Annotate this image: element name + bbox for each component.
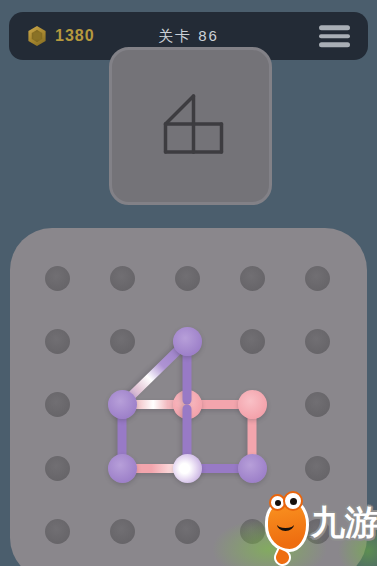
mascot-eye	[283, 491, 303, 511]
path-dot[interactable]	[108, 390, 137, 419]
coin-icon	[27, 26, 47, 46]
mascot-mouth	[277, 518, 294, 531]
grid-dot[interactable]	[305, 329, 330, 354]
grid-dot[interactable]	[110, 519, 135, 544]
grid-dot[interactable]	[110, 266, 135, 291]
hamburger-icon	[319, 25, 350, 30]
grid-dot[interactable]	[175, 519, 200, 544]
path-dot[interactable]	[173, 454, 202, 483]
grid-dot[interactable]	[45, 392, 70, 417]
grid-dot[interactable]	[305, 392, 330, 417]
path-dot[interactable]	[173, 327, 202, 356]
grid-dot[interactable]	[240, 329, 265, 354]
grid-dot[interactable]	[45, 456, 70, 481]
path-dot[interactable]	[108, 454, 137, 483]
grid-dot[interactable]	[305, 266, 330, 291]
hamburger-icon	[319, 42, 350, 47]
grid-dot[interactable]	[45, 266, 70, 291]
9game-mascot-icon	[265, 498, 309, 552]
grid-dot[interactable]	[45, 329, 70, 354]
grid-dot[interactable]	[175, 266, 200, 291]
mascot-tail	[271, 546, 294, 566]
target-shape-preview	[112, 50, 269, 202]
watermark-text: 九游	[311, 500, 377, 546]
grid-dot[interactable]	[110, 329, 135, 354]
hamburger-icon	[319, 34, 350, 39]
path-dot[interactable]	[238, 390, 267, 419]
target-shape-line	[166, 96, 194, 124]
menu-button[interactable]	[317, 19, 352, 53]
coin-icon-emblem	[31, 30, 43, 42]
grid-dot[interactable]	[305, 456, 330, 481]
grid-dot[interactable]	[240, 266, 265, 291]
coin-counter: 1380	[27, 26, 95, 46]
grid-dot[interactable]	[45, 519, 70, 544]
path-dot[interactable]	[238, 454, 267, 483]
watermark-9game: 九游	[255, 488, 377, 566]
target-shape-panel	[109, 47, 272, 205]
coin-count: 1380	[55, 27, 95, 45]
